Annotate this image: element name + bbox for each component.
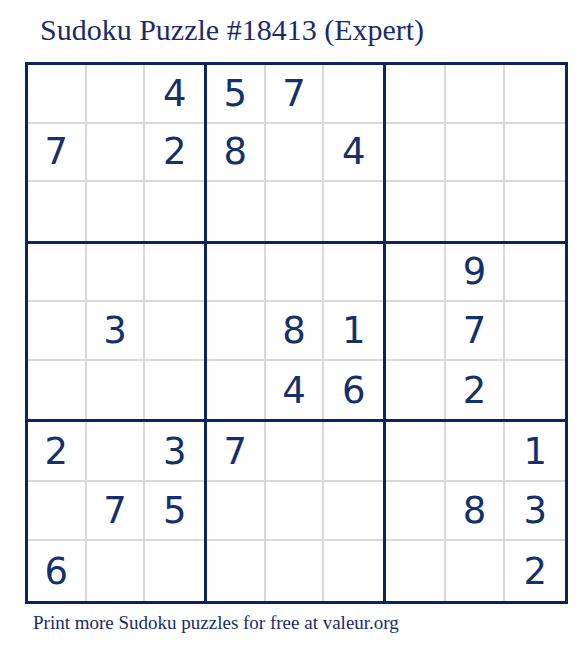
cell-r8c7: [386, 482, 446, 542]
cell-r9c1: 6: [28, 541, 87, 601]
box-1-2: 5784: [207, 65, 386, 244]
cell-r2c9: [505, 124, 565, 183]
cell-r9c2: [87, 541, 146, 601]
cell-r6c4: [207, 361, 266, 420]
cell-r9c3: [145, 541, 204, 601]
cell-r7c1: 2: [28, 422, 87, 482]
cell-r1c4: 5: [207, 65, 266, 124]
cell-r3c8: [446, 182, 506, 241]
cell-r3c1: [28, 182, 87, 241]
box-2-1: 3: [28, 244, 207, 423]
box-1-3: [386, 65, 565, 244]
cell-r2c7: [386, 124, 446, 183]
cell-r7c7: [386, 422, 446, 482]
cell-r3c4: [207, 182, 266, 241]
cell-r8c4: [207, 482, 266, 542]
cell-r6c1: [28, 361, 87, 420]
cell-r9c9: 2: [505, 541, 565, 601]
cell-r6c5: 4: [266, 361, 325, 420]
box-3-1: 23756: [28, 422, 207, 601]
cell-r2c1: 7: [28, 124, 87, 183]
cell-r8c5: [266, 482, 325, 542]
cell-r1c9: [505, 65, 565, 124]
cell-r2c4: 8: [207, 124, 266, 183]
cell-r4c7: [386, 244, 446, 303]
box-3-3: 1832: [386, 422, 565, 601]
cell-r3c5: [266, 182, 325, 241]
cell-r2c5: [266, 124, 325, 183]
sudoku-print-page: Sudoku Puzzle #18413 (Expert) 4725784381…: [0, 0, 580, 651]
cell-r8c6: [324, 482, 383, 542]
cell-r2c8: [446, 124, 506, 183]
cell-r3c9: [505, 182, 565, 241]
cell-r3c7: [386, 182, 446, 241]
cell-r6c9: [505, 361, 565, 420]
cell-r1c3: 4: [145, 65, 204, 124]
cell-r8c2: 7: [87, 482, 146, 542]
cell-r5c8: 7: [446, 302, 506, 361]
cell-r1c1: [28, 65, 87, 124]
cell-r7c2: [87, 422, 146, 482]
cell-r8c3: 5: [145, 482, 204, 542]
cell-r7c8: [446, 422, 506, 482]
cell-r3c6: [324, 182, 383, 241]
cell-r1c7: [386, 65, 446, 124]
cell-r9c7: [386, 541, 446, 601]
cell-r8c9: 3: [505, 482, 565, 542]
cell-r5c7: [386, 302, 446, 361]
cell-r5c4: [207, 302, 266, 361]
cell-r4c2: [87, 244, 146, 303]
cell-r5c6: 1: [324, 302, 383, 361]
page-title: Sudoku Puzzle #18413 (Expert): [40, 13, 424, 48]
cell-r9c5: [266, 541, 325, 601]
cell-r1c2: [87, 65, 146, 124]
cell-r6c6: 6: [324, 361, 383, 420]
cell-r8c1: [28, 482, 87, 542]
cell-r4c3: [145, 244, 204, 303]
cell-r8c8: 8: [446, 482, 506, 542]
box-1-1: 472: [28, 65, 207, 244]
cell-r4c8: 9: [446, 244, 506, 303]
cell-r9c6: [324, 541, 383, 601]
cell-r7c9: 1: [505, 422, 565, 482]
cell-r7c6: [324, 422, 383, 482]
cell-r7c4: 7: [207, 422, 266, 482]
cell-r3c2: [87, 182, 146, 241]
cell-r4c6: [324, 244, 383, 303]
cell-r6c3: [145, 361, 204, 420]
box-3-2: 7: [207, 422, 386, 601]
cell-r1c5: 7: [266, 65, 325, 124]
cell-r7c5: [266, 422, 325, 482]
cell-r9c4: [207, 541, 266, 601]
cell-r1c6: [324, 65, 383, 124]
cell-r5c9: [505, 302, 565, 361]
cell-r1c8: [446, 65, 506, 124]
cell-r6c7: [386, 361, 446, 420]
cell-r4c1: [28, 244, 87, 303]
footer-text: Print more Sudoku puzzles for free at va…: [33, 612, 399, 635]
cell-r5c5: 8: [266, 302, 325, 361]
box-2-2: 8146: [207, 244, 386, 423]
cell-r9c8: [446, 541, 506, 601]
cell-r5c3: [145, 302, 204, 361]
cell-r7c3: 3: [145, 422, 204, 482]
cell-r5c2: 3: [87, 302, 146, 361]
cell-r4c9: [505, 244, 565, 303]
cell-r2c6: 4: [324, 124, 383, 183]
cell-r2c2: [87, 124, 146, 183]
box-2-3: 972: [386, 244, 565, 423]
cell-r4c4: [207, 244, 266, 303]
cell-r2c3: 2: [145, 124, 204, 183]
cell-r6c2: [87, 361, 146, 420]
cell-r4c5: [266, 244, 325, 303]
cell-r5c1: [28, 302, 87, 361]
cell-r3c3: [145, 182, 204, 241]
sudoku-board: 4725784381469722375671832: [25, 62, 568, 604]
cell-r6c8: 2: [446, 361, 506, 420]
